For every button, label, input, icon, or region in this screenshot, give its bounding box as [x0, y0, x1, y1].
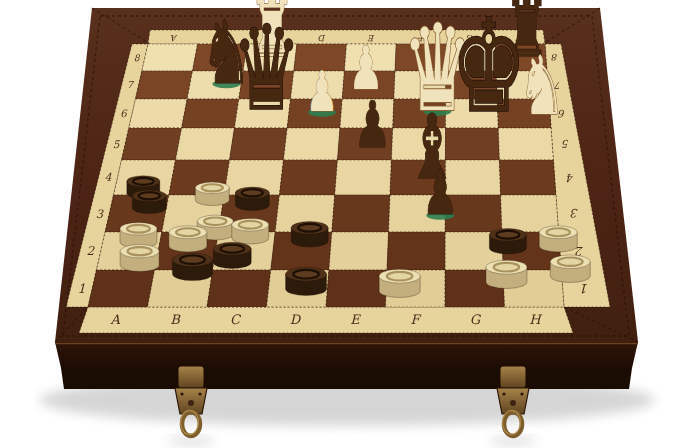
- file-label-bottom-a: A: [109, 312, 120, 327]
- square-d4[interactable]: [279, 160, 337, 195]
- file-label-bottom-b: B: [170, 312, 181, 327]
- checker-light-a1[interactable]: [120, 245, 159, 272]
- checker-light-b3[interactable]: [195, 182, 229, 205]
- svg-text:D: D: [318, 33, 326, 43]
- piece-dark-king-g6[interactable]: ♚: [451, 0, 527, 142]
- checker-light-b2[interactable]: [169, 226, 207, 252]
- rank-label-right-4: 4: [566, 171, 574, 184]
- svg-text:♟: ♟: [305, 59, 338, 124]
- checker-light-c2[interactable]: [232, 218, 269, 244]
- border-strip-bottom: [79, 307, 573, 333]
- svg-text:1: 1: [581, 281, 589, 296]
- svg-text:♛: ♛: [232, 0, 301, 136]
- square-a1[interactable]: [88, 270, 155, 307]
- square-a7[interactable]: [135, 71, 192, 99]
- file-label-bottom-d: D: [290, 312, 302, 327]
- piece-white-pawn-d6[interactable]: ♟: [305, 59, 338, 124]
- checker-dark-a3[interactable]: [132, 190, 166, 213]
- checker-light-h1[interactable]: [550, 255, 590, 283]
- checker-dark-c3[interactable]: [235, 187, 269, 210]
- file-label-top-d: D: [318, 33, 326, 43]
- file-label-top-a: A: [170, 33, 178, 43]
- checker-light-g1[interactable]: [486, 260, 527, 288]
- file-label-bottom-h: H: [529, 312, 542, 327]
- checker-dark-c1[interactable]: [213, 242, 251, 268]
- square-a6[interactable]: [129, 99, 187, 128]
- board-svg: ABCDEFGHABCDEFGH1122334455667788♜♜♞♟♛♛♟♚…: [0, 0, 688, 448]
- square-a8[interactable]: [142, 44, 198, 71]
- checker-light-f1[interactable]: [379, 269, 420, 297]
- file-label-bottom-g: G: [470, 312, 482, 327]
- square-a5[interactable]: [122, 128, 182, 160]
- svg-text:4: 4: [566, 171, 574, 184]
- svg-text:A: A: [170, 33, 178, 43]
- checker-dark-d2[interactable]: [291, 221, 328, 247]
- svg-text:♚: ♚: [451, 0, 527, 142]
- square-e3[interactable]: [332, 195, 390, 232]
- svg-text:♞: ♞: [518, 38, 566, 132]
- rank-label-left-2: 2: [87, 244, 96, 258]
- square-e2[interactable]: [329, 232, 389, 270]
- square-b5[interactable]: [176, 128, 235, 160]
- square-e1[interactable]: [326, 270, 387, 307]
- rank-label-right-1: 1: [581, 281, 589, 296]
- square-c1[interactable]: [207, 270, 271, 307]
- piece-dark-queen-c6[interactable]: ♛: [232, 0, 301, 136]
- piece-dark-pawn-e5[interactable]: ♟: [353, 86, 391, 162]
- wooden-chess-board-photo: ABCDEFGHABCDEFGH1122334455667788♜♜♞♟♛♛♟♚…: [0, 0, 688, 448]
- square-e4[interactable]: [335, 160, 392, 195]
- square-h4[interactable]: [499, 160, 556, 195]
- checker-dark-b1[interactable]: [172, 253, 212, 281]
- checker-light-h2[interactable]: [539, 226, 577, 252]
- square-b6[interactable]: [182, 99, 239, 128]
- checker-light-a2[interactable]: [120, 222, 157, 248]
- piece-dark-pawn-f3[interactable]: ♟: [422, 157, 458, 228]
- svg-text:♟: ♟: [422, 157, 458, 228]
- board-front-face: [55, 342, 638, 368]
- square-f2[interactable]: [387, 232, 445, 270]
- file-label-bottom-e: E: [350, 312, 361, 327]
- svg-text:♟: ♟: [353, 86, 391, 162]
- rank-label-left-4: 4: [105, 171, 113, 184]
- board-front-face-lower: [61, 368, 632, 389]
- piece-white-knight-h6[interactable]: ♞: [518, 38, 566, 132]
- rank-label-left-1: 1: [77, 281, 85, 296]
- checker-dark-d1[interactable]: [286, 267, 327, 295]
- checker-dark-g2[interactable]: [489, 228, 526, 254]
